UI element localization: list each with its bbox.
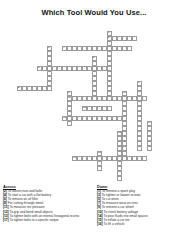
clue-number: 1: [108, 32, 109, 35]
grid-cell[interactable]: [67, 121, 72, 126]
crossword-grid[interactable]: 1234567891011121314151617: [17, 31, 152, 181]
clue-number: 8: [18, 87, 19, 90]
down-clues-column: Down [1] To remove a spark plug[3] To ti…: [97, 185, 185, 227]
clue-number: 14: [148, 122, 151, 125]
clue-number: 17: [73, 157, 76, 160]
grid-cell[interactable]: [97, 166, 102, 171]
clue-number: 7: [138, 82, 139, 85]
clue-number: 12: [83, 107, 86, 110]
clue-number: 11: [68, 97, 71, 100]
clue-number: 13: [63, 117, 66, 120]
grid-cell[interactable]: [132, 36, 137, 41]
clue-number: 4: [63, 47, 64, 50]
grid-cell[interactable]: [107, 106, 112, 111]
across-clues-column: Across [2] To loosen nuts and bolts[4] T…: [3, 185, 93, 223]
grid-cell[interactable]: [142, 96, 147, 101]
grid-cell[interactable]: [137, 146, 142, 151]
puzzle-title: Which Tool Would You Use...: [0, 8, 188, 17]
clue-number: 5: [93, 57, 94, 60]
clue-number: 3: [48, 47, 49, 50]
grid-cell[interactable]: [142, 156, 147, 161]
clue-number: 10: [123, 92, 126, 95]
clue-item-text: To tighten bolts to a specific torque: [10, 218, 59, 222]
clue-number: 15: [118, 132, 121, 135]
grid-cell[interactable]: [47, 86, 52, 91]
clue-item: [17] To tighten bolts to a specific torq…: [3, 219, 93, 223]
clue-item: [16] To lift a vehicle: [97, 223, 185, 227]
clue-number: 9: [68, 92, 69, 95]
clue-number: 2: [108, 37, 109, 40]
clue-number: 6: [38, 67, 39, 70]
clue-number: 16: [98, 152, 101, 155]
down-clues-list: [1] To remove a spark plug[3] To tighten…: [97, 190, 185, 227]
grid-cell[interactable]: [117, 176, 122, 181]
across-clues-list: [2] To loosen nuts and bolts[4] To start…: [3, 190, 93, 223]
grid-cell[interactable]: [127, 46, 132, 51]
grid-cell[interactable]: [147, 146, 152, 151]
clue-item-text: To lift a vehicle: [104, 222, 125, 226]
